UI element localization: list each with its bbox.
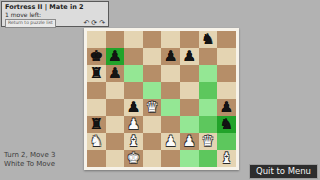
square-f8[interactable] xyxy=(180,31,199,48)
return-to-puzzle-list-button[interactable]: Return to puzzle list xyxy=(5,19,56,27)
square-a2[interactable]: ♞ xyxy=(87,133,106,150)
puzzle-title: Fortress II | Mate in 2 xyxy=(5,3,105,11)
white-bishop: ♝ xyxy=(127,134,140,149)
black-rook: ♜ xyxy=(90,66,103,81)
square-c3[interactable]: ♟ xyxy=(124,116,143,133)
black-king: ♚ xyxy=(90,49,103,64)
move-controls: ↶ ⟳ ↷ xyxy=(83,20,105,27)
square-h8[interactable] xyxy=(217,31,236,48)
square-b7[interactable]: ♟ xyxy=(106,48,125,65)
square-c4[interactable]: ♟ xyxy=(124,99,143,116)
white-bishop: ♝ xyxy=(220,151,233,166)
square-b4[interactable] xyxy=(106,99,125,116)
square-a1[interactable] xyxy=(87,150,106,167)
square-e7[interactable]: ♟ xyxy=(161,48,180,65)
square-d2[interactable] xyxy=(143,133,162,150)
black-pawn: ♟ xyxy=(164,49,177,64)
white-queen: ♛ xyxy=(201,134,214,149)
square-b6[interactable]: ♟ xyxy=(106,65,125,82)
square-e1[interactable] xyxy=(161,150,180,167)
square-a4[interactable] xyxy=(87,99,106,116)
square-e3[interactable] xyxy=(161,116,180,133)
square-d4[interactable]: ♛ xyxy=(143,99,162,116)
square-d8[interactable] xyxy=(143,31,162,48)
square-c6[interactable] xyxy=(124,65,143,82)
side-to-move-label: White To Move xyxy=(4,160,55,169)
white-knight: ♞ xyxy=(90,134,103,149)
black-rook: ♜ xyxy=(90,117,103,132)
turn-move-label: Turn 2, Move 3 xyxy=(4,151,55,160)
black-pawn: ♟ xyxy=(108,66,121,81)
square-g5[interactable] xyxy=(199,82,218,99)
square-f5[interactable] xyxy=(180,82,199,99)
square-d5[interactable] xyxy=(143,82,162,99)
square-b2[interactable] xyxy=(106,133,125,150)
square-h1[interactable]: ♝ xyxy=(217,150,236,167)
square-b3[interactable] xyxy=(106,116,125,133)
white-pawn: ♟ xyxy=(164,134,177,149)
square-h6[interactable] xyxy=(217,65,236,82)
square-h7[interactable] xyxy=(217,48,236,65)
square-d1[interactable] xyxy=(143,150,162,167)
square-f2[interactable]: ♟ xyxy=(180,133,199,150)
square-h5[interactable] xyxy=(217,82,236,99)
square-g3[interactable] xyxy=(199,116,218,133)
square-h2[interactable] xyxy=(217,133,236,150)
square-g7[interactable] xyxy=(199,48,218,65)
square-e8[interactable] xyxy=(161,31,180,48)
redo-icon[interactable]: ↷ xyxy=(99,20,105,27)
black-pawn: ♟ xyxy=(220,100,233,115)
square-g8[interactable]: ♞ xyxy=(199,31,218,48)
reset-icon[interactable]: ⟳ xyxy=(91,20,97,27)
square-e2[interactable]: ♟ xyxy=(161,133,180,150)
square-e4[interactable] xyxy=(161,99,180,116)
square-b1[interactable] xyxy=(106,150,125,167)
white-pawn: ♟ xyxy=(127,117,140,132)
square-e5[interactable] xyxy=(161,82,180,99)
square-d7[interactable] xyxy=(143,48,162,65)
square-c7[interactable] xyxy=(124,48,143,65)
black-knight: ♞ xyxy=(220,117,233,132)
square-f3[interactable] xyxy=(180,116,199,133)
chess-board: ♞♚♟♟♟♜♟♟♛♟♜♟♞♞♝♟♟♛♚♝ xyxy=(87,31,236,167)
moves-left-label: 1 move left: xyxy=(5,11,105,18)
square-e6[interactable] xyxy=(161,65,180,82)
chess-board-frame: ♞♚♟♟♟♜♟♟♛♟♜♟♞♞♝♟♟♛♚♝ xyxy=(84,28,239,170)
square-f6[interactable] xyxy=(180,65,199,82)
square-h3[interactable]: ♞ xyxy=(217,116,236,133)
square-c1[interactable]: ♚ xyxy=(124,150,143,167)
black-knight: ♞ xyxy=(201,32,214,47)
square-g1[interactable] xyxy=(199,150,218,167)
square-g2[interactable]: ♛ xyxy=(199,133,218,150)
white-king: ♚ xyxy=(127,151,140,166)
black-pawn: ♟ xyxy=(108,49,121,64)
turn-status: Turn 2, Move 3 White To Move xyxy=(4,151,55,170)
white-pawn: ♟ xyxy=(183,134,196,149)
undo-icon[interactable]: ↶ xyxy=(83,20,89,27)
square-a3[interactable]: ♜ xyxy=(87,116,106,133)
square-a8[interactable] xyxy=(87,31,106,48)
black-pawn: ♟ xyxy=(127,100,140,115)
square-b5[interactable] xyxy=(106,82,125,99)
quit-to-menu-button[interactable]: Quit to Menu xyxy=(249,164,318,179)
square-a6[interactable]: ♜ xyxy=(87,65,106,82)
square-c2[interactable]: ♝ xyxy=(124,133,143,150)
square-f1[interactable] xyxy=(180,150,199,167)
square-c5[interactable] xyxy=(124,82,143,99)
app-window: Fortress II | Mate in 2 1 move left: Ret… xyxy=(0,0,320,180)
square-f7[interactable]: ♟ xyxy=(180,48,199,65)
square-a5[interactable] xyxy=(87,82,106,99)
square-g4[interactable] xyxy=(199,99,218,116)
square-c8[interactable] xyxy=(124,31,143,48)
square-h4[interactable]: ♟ xyxy=(217,99,236,116)
square-a7[interactable]: ♚ xyxy=(87,48,106,65)
square-b8[interactable] xyxy=(106,31,125,48)
square-f4[interactable] xyxy=(180,99,199,116)
black-pawn: ♟ xyxy=(183,49,196,64)
square-g6[interactable] xyxy=(199,65,218,82)
puzzle-info-panel: Fortress II | Mate in 2 1 move left: Ret… xyxy=(1,1,109,27)
square-d3[interactable] xyxy=(143,116,162,133)
square-d6[interactable] xyxy=(143,65,162,82)
white-queen: ♛ xyxy=(146,100,159,115)
